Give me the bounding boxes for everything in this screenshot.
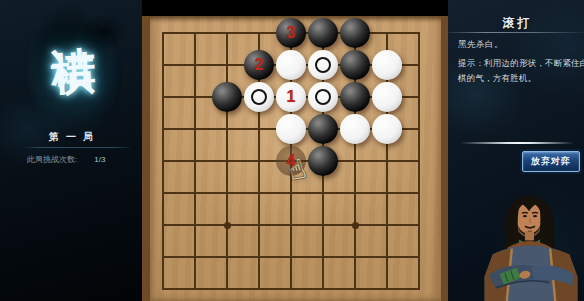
black-stone-r1c3[interactable]: 2 — [244, 50, 274, 80]
sidebar-divider — [22, 147, 132, 148]
black-stone-r0c4[interactable]: 3 — [276, 18, 306, 48]
black-stone-r1c6[interactable] — [340, 50, 370, 80]
circle-marker — [315, 89, 331, 105]
white-stone-r1c7[interactable] — [372, 50, 402, 80]
move-number: 2 — [244, 50, 274, 80]
calligraphy-title: 诘棋 — [49, 11, 93, 21]
white-stone-r1c4[interactable] — [276, 50, 306, 80]
resign-button[interactable]: 放弃对弈 — [522, 151, 580, 172]
go-puzzle-screen: 诘棋 第一局 此局挑战次数:1/3 3214 ☝ 滚打 黑先杀白。 提示：利用边… — [0, 0, 584, 301]
round-label: 第一局 — [0, 130, 142, 144]
black-stone-r3c5[interactable] — [308, 114, 338, 144]
white-stone-r2c7[interactable] — [372, 82, 402, 112]
white-stone-r2c4[interactable]: 1 — [276, 82, 306, 112]
panel-divider — [460, 142, 574, 144]
white-stone-r3c6[interactable] — [340, 114, 370, 144]
white-stone-r2c5[interactable] — [308, 82, 338, 112]
black-stone-r2c6[interactable] — [340, 82, 370, 112]
hint-line-1: 提示：利用边的形状，不断紧住白 — [458, 56, 582, 71]
title-underline — [448, 32, 584, 33]
white-stone-r2c3[interactable] — [244, 82, 274, 112]
puzzle-info-panel: 滚打 黑先杀白。 提示：利用边的形状，不断紧住白 棋的气，方有胜机。 放弃对弈 — [448, 0, 584, 301]
white-stone-r3c4[interactable] — [276, 114, 306, 144]
npc-portrait — [478, 194, 584, 301]
attempts-value: 1/3 — [94, 155, 105, 164]
puzzle-objective: 黑先杀白。 — [458, 39, 503, 51]
black-stone-r4c5[interactable] — [308, 146, 338, 176]
move-number: 3 — [276, 18, 306, 48]
attempts-label: 此局挑战次数: — [27, 155, 77, 164]
attempts-counter: 此局挑战次数:1/3 — [27, 154, 105, 165]
black-stone-r0c5[interactable] — [308, 18, 338, 48]
black-stone-r0c6[interactable] — [340, 18, 370, 48]
black-stone-r2c2[interactable] — [212, 82, 242, 112]
white-stone-r3c7[interactable] — [372, 114, 402, 144]
circle-marker — [251, 89, 267, 105]
go-board[interactable]: 3214 ☝ — [142, 16, 448, 301]
puzzle-hint: 提示：利用边的形状，不断紧住白 棋的气，方有胜机。 — [458, 56, 582, 86]
puzzle-title: 滚打 — [448, 15, 584, 32]
move-number: 1 — [276, 82, 306, 112]
puzzle-sidebar: 诘棋 第一局 此局挑战次数:1/3 — [0, 0, 142, 301]
circle-marker — [315, 57, 331, 73]
hint-line-2: 棋的气，方有胜机。 — [458, 71, 582, 86]
white-stone-r1c5[interactable] — [308, 50, 338, 80]
